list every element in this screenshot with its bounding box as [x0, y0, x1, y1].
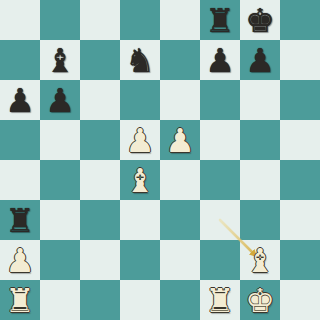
square-d3[interactable]	[120, 200, 160, 240]
square-d5[interactable]: ♟	[120, 120, 160, 160]
square-g7[interactable]: ♟	[240, 40, 280, 80]
chess-board: ♜♚♝♞♟♟♟♟♟♟♝♜♟♝♜♜♚	[0, 0, 320, 320]
square-e1[interactable]	[160, 280, 200, 320]
square-b6[interactable]: ♟	[40, 80, 80, 120]
black-bishop[interactable]: ♝	[40, 40, 80, 80]
square-c3[interactable]	[80, 200, 120, 240]
square-e6[interactable]	[160, 80, 200, 120]
black-rook[interactable]: ♜	[0, 200, 40, 240]
square-b1[interactable]	[40, 280, 80, 320]
square-h4[interactable]	[280, 160, 320, 200]
square-e8[interactable]	[160, 0, 200, 40]
square-f6[interactable]	[200, 80, 240, 120]
square-b3[interactable]	[40, 200, 80, 240]
square-f5[interactable]	[200, 120, 240, 160]
square-a5[interactable]	[0, 120, 40, 160]
square-g2[interactable]: ♝	[240, 240, 280, 280]
square-a2[interactable]: ♟	[0, 240, 40, 280]
square-a8[interactable]	[0, 0, 40, 40]
square-b2[interactable]	[40, 240, 80, 280]
square-f7[interactable]: ♟	[200, 40, 240, 80]
square-h5[interactable]	[280, 120, 320, 160]
square-b8[interactable]	[40, 0, 80, 40]
square-c2[interactable]	[80, 240, 120, 280]
black-pawn[interactable]: ♟	[240, 40, 280, 80]
square-d6[interactable]	[120, 80, 160, 120]
square-g1[interactable]: ♚	[240, 280, 280, 320]
square-d1[interactable]	[120, 280, 160, 320]
black-rook[interactable]: ♜	[200, 0, 240, 40]
white-rook[interactable]: ♜	[0, 280, 40, 320]
square-a7[interactable]	[0, 40, 40, 80]
square-d4[interactable]: ♝	[120, 160, 160, 200]
square-d2[interactable]	[120, 240, 160, 280]
square-a1[interactable]: ♜	[0, 280, 40, 320]
square-e2[interactable]	[160, 240, 200, 280]
white-pawn[interactable]: ♟	[120, 120, 160, 160]
white-pawn[interactable]: ♟	[0, 240, 40, 280]
white-bishop[interactable]: ♝	[240, 240, 280, 280]
square-c5[interactable]	[80, 120, 120, 160]
square-c6[interactable]	[80, 80, 120, 120]
square-g5[interactable]	[240, 120, 280, 160]
square-f3[interactable]	[200, 200, 240, 240]
square-c4[interactable]	[80, 160, 120, 200]
board-container: ♜♚♝♞♟♟♟♟♟♟♝♜♟♝♜♜♚	[0, 0, 320, 320]
white-king[interactable]: ♚	[240, 280, 280, 320]
square-c8[interactable]	[80, 0, 120, 40]
square-g4[interactable]	[240, 160, 280, 200]
black-knight[interactable]: ♞	[120, 40, 160, 80]
white-rook[interactable]: ♜	[200, 280, 240, 320]
square-f8[interactable]: ♜	[200, 0, 240, 40]
square-h2[interactable]	[280, 240, 320, 280]
square-g6[interactable]	[240, 80, 280, 120]
square-h8[interactable]	[280, 0, 320, 40]
black-pawn[interactable]: ♟	[0, 80, 40, 120]
square-c7[interactable]	[80, 40, 120, 80]
square-a3[interactable]: ♜	[0, 200, 40, 240]
square-d7[interactable]: ♞	[120, 40, 160, 80]
square-b5[interactable]	[40, 120, 80, 160]
square-f1[interactable]: ♜	[200, 280, 240, 320]
square-h6[interactable]	[280, 80, 320, 120]
white-bishop[interactable]: ♝	[120, 160, 160, 200]
square-b7[interactable]: ♝	[40, 40, 80, 80]
black-pawn[interactable]: ♟	[200, 40, 240, 80]
square-d8[interactable]	[120, 0, 160, 40]
square-g3[interactable]	[240, 200, 280, 240]
square-e5[interactable]: ♟	[160, 120, 200, 160]
square-b4[interactable]	[40, 160, 80, 200]
square-a6[interactable]: ♟	[0, 80, 40, 120]
square-h3[interactable]	[280, 200, 320, 240]
square-a4[interactable]	[0, 160, 40, 200]
square-f4[interactable]	[200, 160, 240, 200]
square-h1[interactable]	[280, 280, 320, 320]
square-f2[interactable]	[200, 240, 240, 280]
square-e4[interactable]	[160, 160, 200, 200]
black-king[interactable]: ♚	[240, 0, 280, 40]
square-g8[interactable]: ♚	[240, 0, 280, 40]
white-pawn[interactable]: ♟	[160, 120, 200, 160]
black-pawn[interactable]: ♟	[40, 80, 80, 120]
square-e7[interactable]	[160, 40, 200, 80]
square-h7[interactable]	[280, 40, 320, 80]
square-c1[interactable]	[80, 280, 120, 320]
square-e3[interactable]	[160, 200, 200, 240]
